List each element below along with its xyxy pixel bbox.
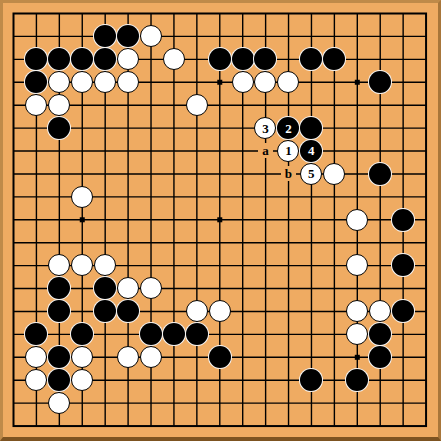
white-stone <box>209 300 231 322</box>
white-stone <box>346 300 368 322</box>
black-stone <box>369 346 391 368</box>
go-board: ab32145 <box>0 0 441 441</box>
white-stone <box>346 323 368 345</box>
black-stone <box>25 71 47 93</box>
black-stone <box>323 48 345 70</box>
white-stone <box>346 254 368 276</box>
white-stone-5: 5 <box>300 163 322 185</box>
white-stone-1: 1 <box>277 140 299 162</box>
white-stone <box>94 254 116 276</box>
white-stone <box>117 346 139 368</box>
white-stone <box>140 25 162 47</box>
white-stone <box>48 254 70 276</box>
white-stone <box>186 94 208 116</box>
black-stone <box>232 48 254 70</box>
white-stone <box>25 346 47 368</box>
white-stone <box>369 300 391 322</box>
white-stone <box>71 346 93 368</box>
white-stone <box>25 94 47 116</box>
black-stone <box>48 277 70 299</box>
black-stone <box>140 323 162 345</box>
black-stone <box>94 48 116 70</box>
white-stone <box>140 277 162 299</box>
black-stone <box>369 323 391 345</box>
black-stone <box>163 323 185 345</box>
black-stone <box>94 25 116 47</box>
black-stone <box>369 163 391 185</box>
black-stone <box>300 369 322 391</box>
white-stone <box>48 392 70 414</box>
black-stone <box>392 300 414 322</box>
white-stone <box>163 48 185 70</box>
black-stone <box>254 48 276 70</box>
white-stone <box>25 369 47 391</box>
black-stone <box>392 209 414 231</box>
black-stone <box>48 300 70 322</box>
black-stone <box>48 346 70 368</box>
white-stone <box>117 71 139 93</box>
black-stone <box>369 71 391 93</box>
black-stone <box>209 48 231 70</box>
black-stone <box>71 48 93 70</box>
black-stone <box>71 323 93 345</box>
white-stone <box>254 71 276 93</box>
black-stone <box>25 323 47 345</box>
white-stone <box>117 277 139 299</box>
white-stone <box>186 300 208 322</box>
black-stone <box>94 300 116 322</box>
white-stone <box>117 48 139 70</box>
white-stone <box>48 71 70 93</box>
white-stone <box>232 71 254 93</box>
black-stone <box>48 117 70 139</box>
white-stone <box>71 369 93 391</box>
white-stone <box>71 71 93 93</box>
white-stone <box>71 186 93 208</box>
white-stone <box>277 71 299 93</box>
white-stone-3: 3 <box>254 117 276 139</box>
black-stone <box>392 254 414 276</box>
white-stone <box>48 94 70 116</box>
black-stone <box>94 277 116 299</box>
point-label-b: b <box>281 166 296 181</box>
black-stone <box>346 369 368 391</box>
black-stone <box>25 48 47 70</box>
black-stone <box>117 300 139 322</box>
black-stone <box>300 48 322 70</box>
white-stone <box>346 209 368 231</box>
black-stone <box>300 117 322 139</box>
black-stone-2: 2 <box>277 117 299 139</box>
white-stone <box>323 163 345 185</box>
point-label-a: a <box>258 143 273 158</box>
white-stone <box>140 346 162 368</box>
black-stone-4: 4 <box>300 140 322 162</box>
black-stone <box>48 48 70 70</box>
black-stone <box>117 25 139 47</box>
stones-grid: ab32145 <box>2 2 437 437</box>
white-stone <box>94 71 116 93</box>
black-stone <box>209 346 231 368</box>
white-stone <box>71 254 93 276</box>
black-stone <box>48 369 70 391</box>
black-stone <box>186 323 208 345</box>
